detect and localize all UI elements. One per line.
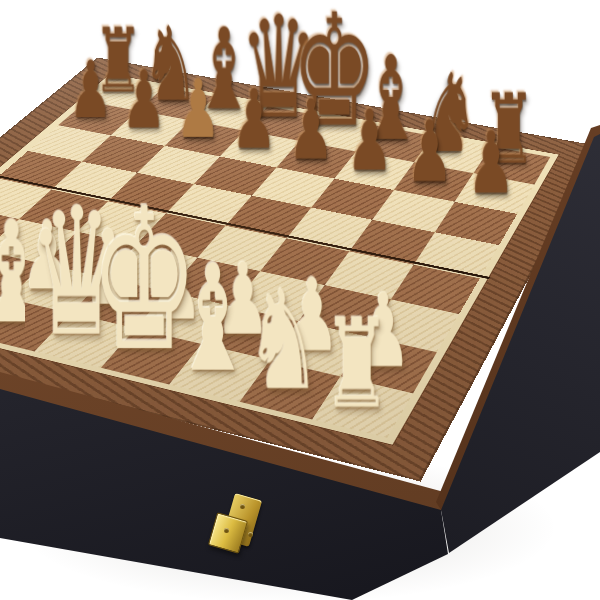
piece-black-pawn[interactable]: ♟ — [69, 52, 113, 127]
square-f6[interactable] — [311, 179, 394, 220]
piece-black-pawn[interactable]: ♟ — [231, 81, 277, 159]
piece-black-pawn[interactable]: ♟ — [467, 123, 515, 205]
squares-grid: ♜♞♝♛♚♝♞♜♟♟♟♟♟♟♟♟♟♟♟♟♟♟♟♟♜♞♝♛♚♝♞♜ — [0, 78, 548, 437]
product-photo: ♜♞♝♛♚♝♞♜♟♟♟♟♟♟♟♟♟♟♟♟♟♟♟♟♜♞♝♛♚♝♞♜ — [0, 0, 600, 600]
piece-black-pawn[interactable]: ♟ — [121, 62, 165, 138]
piece-black-pawn[interactable]: ♟ — [176, 71, 221, 148]
latch-screw — [248, 532, 253, 537]
brass-latch — [210, 492, 262, 560]
latch-screw — [224, 528, 229, 533]
piece-white-rook[interactable]: ♜ — [323, 307, 391, 424]
latch-knob — [208, 512, 248, 554]
piece-white-knight[interactable]: ♞ — [245, 275, 321, 406]
piece-black-pawn[interactable]: ♟ — [406, 112, 453, 193]
square-h7[interactable]: ♟ — [455, 173, 534, 214]
piece-white-bishop[interactable]: ♝ — [172, 249, 254, 389]
latch-screw — [240, 504, 245, 509]
board-inlay-border: ♜♞♝♛♚♝♞♜♟♟♟♟♟♟♟♟♟♟♟♟♟♟♟♟♜♞♝♛♚♝♞♜ — [0, 74, 560, 446]
piece-black-pawn[interactable]: ♟ — [288, 91, 334, 170]
square-g6[interactable] — [372, 190, 455, 232]
piece-black-pawn[interactable]: ♟ — [346, 101, 393, 181]
